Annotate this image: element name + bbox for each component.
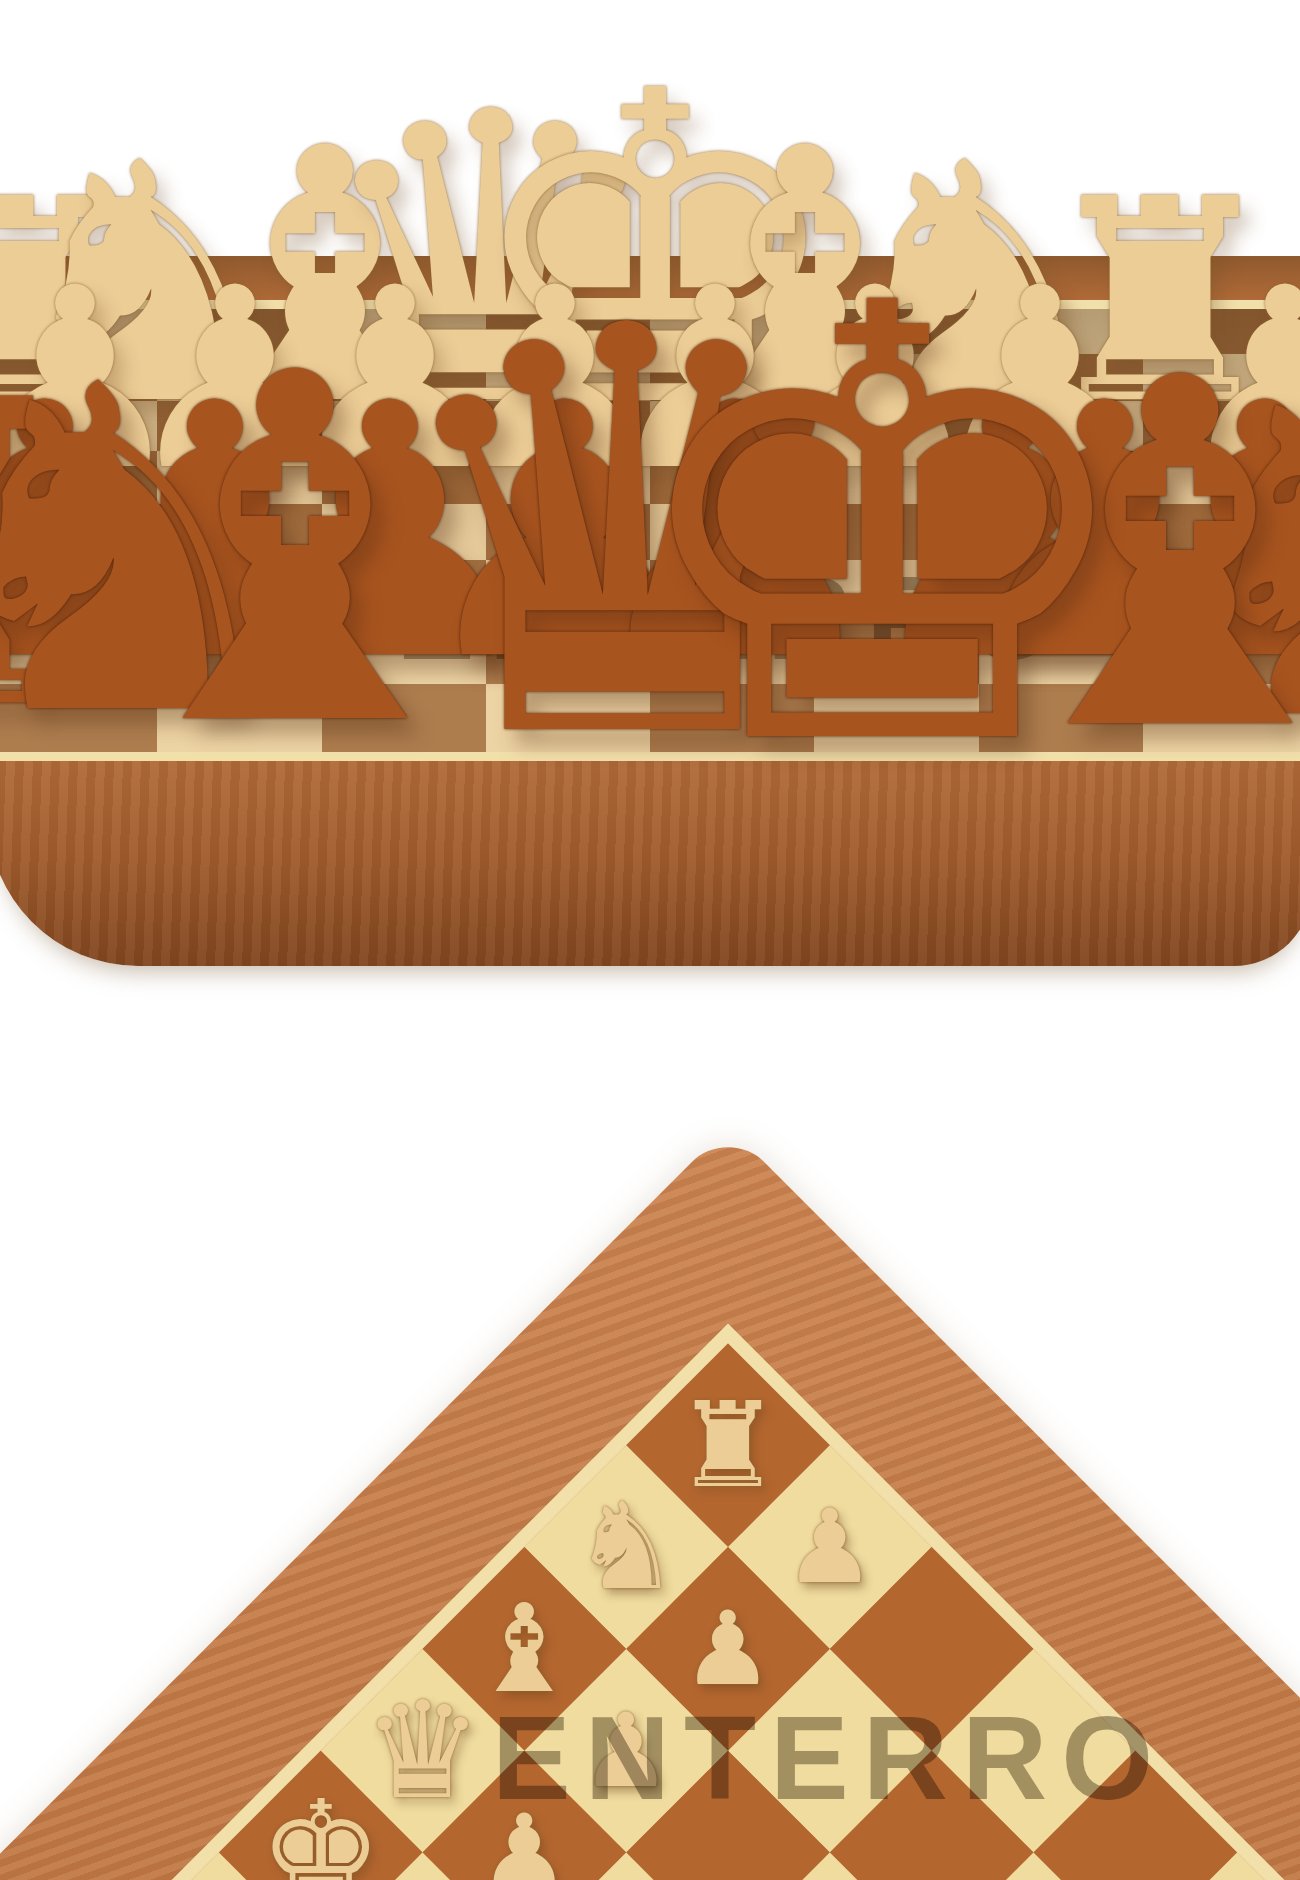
board-rank <box>0 684 1300 752</box>
white-pawn: ♟ <box>479 1802 570 1880</box>
square <box>0 504 157 560</box>
board-far-frame <box>0 256 1300 300</box>
square <box>0 354 157 401</box>
square <box>650 354 814 401</box>
square <box>650 684 814 752</box>
checkered-field-corner: ♜♟♞♟♝♟♛♟♚♟ <box>0 1343 1300 1880</box>
square <box>979 354 1143 401</box>
square <box>322 684 486 752</box>
square <box>1143 560 1300 620</box>
square <box>1143 504 1300 560</box>
square <box>979 620 1143 684</box>
square <box>650 451 814 504</box>
board-rank <box>0 560 1300 620</box>
white-rook: ♜ <box>675 1386 781 1504</box>
white-knight: ♞ <box>572 1487 680 1607</box>
square <box>322 560 486 620</box>
square <box>486 354 650 401</box>
square <box>1143 309 1300 354</box>
square <box>979 401 1143 451</box>
square <box>322 309 486 354</box>
square <box>650 560 814 620</box>
square <box>0 684 157 752</box>
board-rank <box>0 354 1300 401</box>
square <box>0 620 157 684</box>
square <box>979 560 1143 620</box>
chess-board-side-view <box>0 256 1300 966</box>
square <box>979 504 1143 560</box>
square <box>814 560 978 620</box>
square <box>322 354 486 401</box>
square <box>814 451 978 504</box>
square <box>322 401 486 451</box>
square <box>322 451 486 504</box>
board-rank <box>0 309 1300 354</box>
square <box>814 620 978 684</box>
square <box>486 401 650 451</box>
square <box>650 504 814 560</box>
board-rank <box>0 451 1300 504</box>
board-rank <box>0 401 1300 451</box>
board-front-edge <box>0 761 1300 966</box>
square <box>0 401 157 451</box>
bottom-photo: ♜♟♞♟♝♟♛♟♚♟ ENTERRO <box>0 1040 1300 1880</box>
square <box>322 620 486 684</box>
square <box>486 620 650 684</box>
inlay-border-line: ♜♟♞♟♝♟♛♟♚♟ <box>0 1324 1300 1880</box>
square <box>157 309 321 354</box>
square <box>0 560 157 620</box>
square <box>157 620 321 684</box>
square <box>157 504 321 560</box>
white-pawn: ♟ <box>682 1598 773 1700</box>
top-photo: ♜♞♝♛♚♝♞♜♟♟♟♟♟♟♟♟♟♟♟♟♟♟♟♟♜♞♝♛♚♝♞♜ ENTERRO <box>0 0 1300 1040</box>
square <box>486 309 650 354</box>
chess-board-corner-view: ♜♟♞♟♝♟♛♟♚♟ <box>0 1126 1300 1880</box>
square <box>814 354 978 401</box>
square <box>0 451 157 504</box>
square <box>0 309 157 354</box>
square <box>650 309 814 354</box>
square <box>979 684 1143 752</box>
square <box>157 451 321 504</box>
checkered-field <box>0 300 1300 761</box>
square <box>486 504 650 560</box>
square <box>979 451 1143 504</box>
white-pawn: ♟ <box>580 1700 671 1802</box>
square <box>1143 451 1300 504</box>
square <box>157 684 321 752</box>
square <box>157 401 321 451</box>
square <box>814 309 978 354</box>
board-rank <box>0 504 1300 560</box>
white-bishop: ♝ <box>470 1588 579 1710</box>
square <box>650 401 814 451</box>
square <box>1143 401 1300 451</box>
white-pawn: ♟ <box>784 1496 875 1598</box>
white-king: ♚ <box>259 1784 383 1880</box>
square <box>814 504 978 560</box>
square <box>1143 620 1300 684</box>
square <box>814 401 978 451</box>
square <box>1143 684 1300 752</box>
square <box>650 620 814 684</box>
square <box>979 309 1143 354</box>
board-rank <box>0 620 1300 684</box>
square <box>322 504 486 560</box>
square <box>1143 354 1300 401</box>
square <box>157 560 321 620</box>
square <box>486 684 650 752</box>
square <box>486 560 650 620</box>
square <box>486 451 650 504</box>
square <box>814 684 978 752</box>
square <box>157 354 321 401</box>
